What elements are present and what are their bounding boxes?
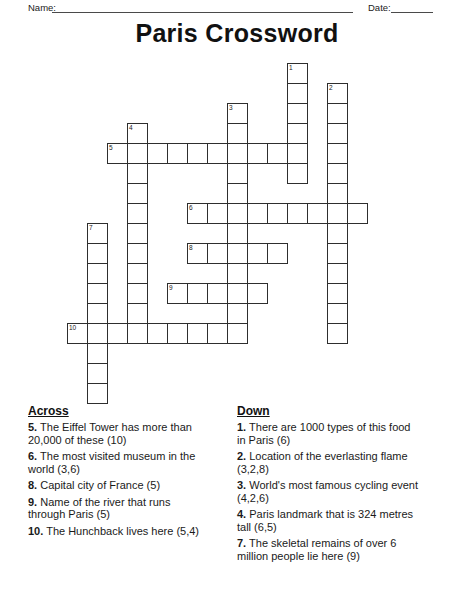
grid-cell-r8c13[interactable] [327, 223, 348, 244]
grid-cell-r15c1[interactable] [87, 363, 108, 384]
grid-cell-r4c9[interactable] [247, 143, 268, 164]
clue-number: 10 [69, 324, 76, 331]
clue-number-label: 4. [237, 508, 246, 520]
clue-across-10: 10. The Hunchback lives here (5,4) [28, 525, 234, 538]
grid-cell-r12c8[interactable] [227, 303, 248, 324]
grid-cell-r6c13[interactable] [327, 183, 348, 204]
grid-cell-r8c1[interactable]: 7 [87, 223, 108, 244]
grid-cell-r7c6[interactable]: 6 [187, 203, 208, 224]
worksheet-page: Name: Date: Paris Crossword 12345678910 … [0, 0, 474, 613]
grid-cell-r12c13[interactable] [327, 303, 348, 324]
clue-number: 8 [189, 244, 193, 251]
down-clues-section: Down 1. There are 1000 types of this foo… [237, 404, 473, 566]
grid-cell-r7c10[interactable] [267, 203, 288, 224]
clue-across-6: 6. The most visited museum in the world … [28, 450, 234, 475]
across-clues-section: Across 5. The Eiffel Tower has more than… [28, 404, 234, 541]
grid-cell-r13c5[interactable] [167, 323, 188, 344]
clue-number-label: 7. [237, 537, 246, 549]
grid-cell-r14c1[interactable] [87, 343, 108, 364]
grid-cell-r13c2[interactable] [107, 323, 128, 344]
clue-down-3: 3. World's most famous cycling event (4,… [237, 479, 473, 504]
date-underline[interactable] [391, 12, 433, 13]
clue-number: 2 [329, 84, 333, 91]
clue-number: 3 [229, 104, 233, 111]
clue-text: The most visited museum in the world (3,… [28, 450, 195, 475]
grid-cell-r7c8[interactable] [227, 203, 248, 224]
grid-cell-r5c13[interactable] [327, 163, 348, 184]
grid-cell-r5c8[interactable] [227, 163, 248, 184]
grid-cell-r2c11[interactable] [287, 103, 308, 124]
grid-cell-r11c8[interactable] [227, 283, 248, 304]
grid-cell-r11c3[interactable] [127, 283, 148, 304]
grid-cell-r4c10[interactable] [267, 143, 288, 164]
clue-down-7: 7. The skeletal remains of over 6 millio… [237, 537, 473, 562]
grid-cell-r10c13[interactable] [327, 263, 348, 284]
clue-text: The Hunchback lives here (5,4) [46, 525, 199, 537]
grid-cell-r13c1[interactable] [87, 323, 108, 344]
grid-cell-r7c3[interactable] [127, 203, 148, 224]
grid-cell-r5c11[interactable] [287, 163, 308, 184]
grid-cell-r9c9[interactable] [247, 243, 268, 264]
clue-down-4: 4. Paris landmark that is 324 metres tal… [237, 508, 473, 533]
page-title: Paris Crossword [0, 20, 474, 47]
crossword-grid: 12345678910 [67, 63, 368, 404]
grid-cell-r13c4[interactable] [147, 323, 168, 344]
clue-number: 1 [289, 64, 293, 71]
grid-cell-r9c13[interactable] [327, 243, 348, 264]
grid-cell-r11c9[interactable] [247, 283, 268, 304]
grid-cell-r3c8[interactable] [227, 123, 248, 144]
clue-down-1: 1. There are 1000 types of this food in … [237, 421, 473, 446]
grid-cell-r13c8[interactable] [227, 323, 248, 344]
grid-cell-r13c3[interactable] [127, 323, 148, 344]
across-heading: Across [28, 404, 234, 418]
grid-cell-r7c13[interactable] [327, 203, 348, 224]
clue-number-label: 10. [28, 525, 43, 537]
clue-number: 5 [109, 144, 113, 151]
grid-cell-r9c1[interactable] [87, 243, 108, 264]
grid-cell-r4c3[interactable] [127, 143, 148, 164]
grid-cell-r4c4[interactable] [147, 143, 168, 164]
grid-cell-r4c2[interactable]: 5 [107, 143, 128, 164]
grid-cell-r9c6[interactable]: 8 [187, 243, 208, 264]
down-heading: Down [237, 404, 473, 418]
grid-cell-r16c1[interactable] [87, 383, 108, 404]
grid-cell-r11c13[interactable] [327, 283, 348, 304]
grid-cell-r11c7[interactable] [207, 283, 228, 304]
grid-cell-r3c13[interactable] [327, 123, 348, 144]
clue-text: The Eiffel Tower has more than 20,000 of… [28, 421, 192, 446]
clue-text: The skeletal remains of over 6 million p… [237, 537, 396, 562]
grid-cell-r11c6[interactable] [187, 283, 208, 304]
clue-number-label: 5. [28, 421, 37, 433]
grid-cell-r8c8[interactable] [227, 223, 248, 244]
clue-across-8: 8. Capital city of France (5) [28, 479, 234, 492]
clue-across-5: 5. The Eiffel Tower has more than 20,000… [28, 421, 234, 446]
grid-cell-r12c3[interactable] [127, 303, 148, 324]
grid-cell-r9c10[interactable] [267, 243, 288, 264]
grid-cell-r4c7[interactable] [207, 143, 228, 164]
clue-number: 6 [189, 204, 193, 211]
grid-cell-r7c7[interactable] [207, 203, 228, 224]
clue-text: World's most famous cycling event (4,2,6… [237, 479, 418, 504]
clue-number-label: 2. [237, 450, 246, 462]
grid-cell-r7c9[interactable] [247, 203, 268, 224]
grid-cell-r4c13[interactable] [327, 143, 348, 164]
grid-cell-r2c13[interactable] [327, 103, 348, 124]
grid-cell-r4c11[interactable] [287, 143, 308, 164]
clue-number: 7 [89, 224, 93, 231]
grid-cell-r7c12[interactable] [307, 203, 328, 224]
grid-cell-r7c14[interactable] [347, 203, 368, 224]
grid-cell-r6c3[interactable] [127, 183, 148, 204]
grid-cell-r10c3[interactable] [127, 263, 148, 284]
grid-cell-r4c5[interactable] [167, 143, 188, 164]
grid-cell-r4c6[interactable] [187, 143, 208, 164]
grid-cell-r10c8[interactable] [227, 263, 248, 284]
grid-cell-r0c11[interactable]: 1 [287, 63, 308, 84]
clue-number-label: 3. [237, 479, 246, 491]
clue-text: There are 1000 types of this food in Par… [237, 421, 410, 446]
clue-text: Paris landmark that is 324 metres tall (… [237, 508, 413, 533]
grid-cell-r13c13[interactable] [327, 323, 348, 344]
name-underline[interactable] [52, 12, 353, 13]
grid-cell-r2c8[interactable]: 3 [227, 103, 248, 124]
clue-text: Name of the river that runs through Pari… [28, 496, 170, 521]
grid-cell-r3c11[interactable] [287, 123, 308, 144]
grid-cell-r11c1[interactable] [87, 283, 108, 304]
grid-cell-r13c0[interactable]: 10 [67, 323, 88, 344]
clue-number-label: 1. [237, 421, 246, 433]
clue-number: 4 [129, 124, 133, 131]
grid-cell-r9c8[interactable] [227, 243, 248, 264]
grid-cell-r6c8[interactable] [227, 183, 248, 204]
grid-cell-r12c1[interactable] [87, 303, 108, 324]
clue-number: 9 [169, 284, 173, 291]
grid-cell-r5c3[interactable] [127, 163, 148, 184]
grid-cell-r10c1[interactable] [87, 263, 108, 284]
grid-cell-r8c3[interactable] [127, 223, 148, 244]
grid-cell-r13c7[interactable] [207, 323, 228, 344]
grid-cell-r7c11[interactable] [287, 203, 308, 224]
grid-cell-r1c13[interactable]: 2 [327, 83, 348, 104]
clue-number-label: 9. [28, 496, 37, 508]
grid-cell-r4c8[interactable] [227, 143, 248, 164]
date-label: Date: [368, 2, 391, 13]
clue-down-2: 2. Location of the everlasting flame (3,… [237, 450, 473, 475]
grid-cell-r1c11[interactable] [287, 83, 308, 104]
clue-number-label: 8. [28, 479, 37, 491]
grid-cell-r13c6[interactable] [187, 323, 208, 344]
grid-cell-r11c5[interactable]: 9 [167, 283, 188, 304]
clue-text: Capital city of France (5) [40, 479, 160, 491]
clue-across-9: 9. Name of the river that runs through P… [28, 496, 234, 521]
grid-cell-r9c3[interactable] [127, 243, 148, 264]
clue-text: Location of the everlasting flame (3,2,8… [237, 450, 408, 475]
grid-cell-r9c7[interactable] [207, 243, 228, 264]
clue-number-label: 6. [28, 450, 37, 462]
grid-cell-r3c3[interactable]: 4 [127, 123, 148, 144]
